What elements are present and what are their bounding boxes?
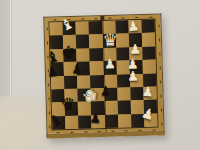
floor-blotch [2,118,32,140]
pieces-layer: ♝♟♛♝♚♟♟♟♟♟♟♚♟♟♛♟♝♟ [48,19,158,131]
notation-tick [152,129,155,130]
notation-tick [149,16,152,17]
white-pawn-piece[interactable]: ♟ [127,70,139,83]
notation-tick [84,131,87,132]
notation-tick [159,52,160,55]
notation-tick [47,41,48,44]
white-pawn-piece[interactable]: ♟ [104,57,116,70]
white-bishop-piece[interactable]: ♝ [58,15,77,34]
notation-tick [108,17,111,18]
notation-tick [70,131,73,132]
notation-tick [139,129,142,130]
notation-tick [49,126,50,129]
black-king-piece[interactable]: ♚ [60,43,77,62]
white-pawn-piece[interactable]: ♟ [129,42,141,55]
white-queen-piece[interactable]: ♛ [102,32,118,49]
black-queen-piece[interactable]: ♛ [59,94,77,114]
notation-tick [98,131,101,132]
notation-tick [160,109,161,112]
notation-tick [158,38,159,41]
notation-tick [160,80,161,83]
black-pawn-piece[interactable]: ♟ [100,84,112,97]
notation-tick [57,132,60,133]
notation-tick [81,18,84,19]
black-pawn-piece[interactable]: ♟ [45,64,59,79]
white-king-fallen-piece[interactable]: ♚ [80,87,99,105]
black-pawn-piece[interactable]: ♟ [89,112,101,126]
notation-tick [160,95,161,98]
notation-tick [159,66,160,69]
notation-tick [122,17,125,18]
notation-tick [111,130,114,131]
notation-tick [158,24,159,27]
notation-tick [95,18,98,19]
notation-tick [48,98,49,101]
photo-background: ♝♟♛♝♚♟♟♟♟♟♟♚♟♟♛♟♝♟ [0,0,200,150]
black-pawn-piece[interactable]: ♟ [71,62,83,75]
notation-tick [125,130,128,131]
white-pawn-piece[interactable]: ♟ [127,19,140,33]
white-pawn-piece[interactable]: ♟ [140,105,156,122]
notation-tick [46,27,47,30]
notation-tick [48,84,49,87]
notation-tick [161,123,162,126]
white-pawn-piece[interactable]: ♟ [142,85,155,99]
chess-board: ♝♟♛♝♚♟♟♟♟♟♟♚♟♟♛♟♝♟ [43,13,164,138]
